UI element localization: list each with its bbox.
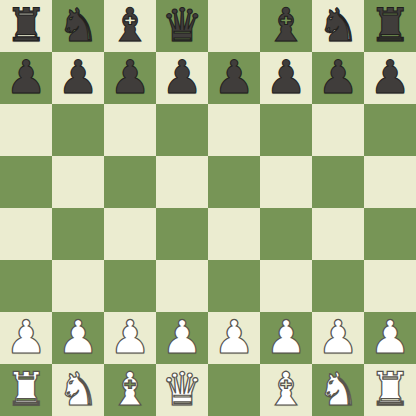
square-h3[interactable]: [364, 260, 416, 312]
white-pawn-piece[interactable]: ♟: [317, 314, 358, 360]
square-e2[interactable]: ♟: [208, 312, 260, 364]
black-bishop-piece[interactable]: ♝: [109, 2, 150, 48]
square-f2[interactable]: ♟: [260, 312, 312, 364]
black-pawn-piece[interactable]: ♟: [109, 54, 150, 100]
square-d5[interactable]: [156, 156, 208, 208]
square-g8[interactable]: ♞: [312, 0, 364, 52]
square-b3[interactable]: [52, 260, 104, 312]
square-b8[interactable]: ♞: [52, 0, 104, 52]
square-d3[interactable]: [156, 260, 208, 312]
square-b4[interactable]: [52, 208, 104, 260]
square-f1[interactable]: ♝: [260, 364, 312, 416]
black-pawn-piece[interactable]: ♟: [57, 54, 98, 100]
black-rook-piece[interactable]: ♜: [369, 2, 410, 48]
white-pawn-piece[interactable]: ♟: [265, 314, 306, 360]
white-pawn-piece[interactable]: ♟: [161, 314, 202, 360]
square-d8[interactable]: ♛: [156, 0, 208, 52]
square-a4[interactable]: [0, 208, 52, 260]
square-c3[interactable]: [104, 260, 156, 312]
black-queen-piece[interactable]: ♛: [161, 2, 202, 48]
square-c5[interactable]: [104, 156, 156, 208]
white-bishop-piece[interactable]: ♝: [265, 366, 306, 412]
chess-board: ♜♞♝♛♝♞♜♟♟♟♟♟♟♟♟♟♟♟♟♟♟♟♟♜♞♝♛♝♞♜: [0, 0, 416, 416]
square-a6[interactable]: [0, 104, 52, 156]
black-knight-piece[interactable]: ♞: [57, 2, 98, 48]
white-rook-piece[interactable]: ♜: [5, 366, 46, 412]
white-queen-piece[interactable]: ♛: [161, 366, 202, 412]
square-g5[interactable]: [312, 156, 364, 208]
white-pawn-piece[interactable]: ♟: [213, 314, 254, 360]
square-d2[interactable]: ♟: [156, 312, 208, 364]
square-h7[interactable]: ♟: [364, 52, 416, 104]
square-c6[interactable]: [104, 104, 156, 156]
square-e7[interactable]: ♟: [208, 52, 260, 104]
square-h4[interactable]: [364, 208, 416, 260]
square-f7[interactable]: ♟: [260, 52, 312, 104]
white-pawn-piece[interactable]: ♟: [369, 314, 410, 360]
square-a5[interactable]: [0, 156, 52, 208]
square-g7[interactable]: ♟: [312, 52, 364, 104]
square-b5[interactable]: [52, 156, 104, 208]
black-pawn-piece[interactable]: ♟: [369, 54, 410, 100]
black-pawn-piece[interactable]: ♟: [213, 54, 254, 100]
black-rook-piece[interactable]: ♜: [5, 2, 46, 48]
square-b1[interactable]: ♞: [52, 364, 104, 416]
square-f6[interactable]: [260, 104, 312, 156]
square-a3[interactable]: [0, 260, 52, 312]
square-e8[interactable]: [208, 0, 260, 52]
white-pawn-piece[interactable]: ♟: [57, 314, 98, 360]
square-h6[interactable]: [364, 104, 416, 156]
square-b2[interactable]: ♟: [52, 312, 104, 364]
square-a7[interactable]: ♟: [0, 52, 52, 104]
black-pawn-piece[interactable]: ♟: [317, 54, 358, 100]
square-g6[interactable]: [312, 104, 364, 156]
square-h2[interactable]: ♟: [364, 312, 416, 364]
square-f5[interactable]: [260, 156, 312, 208]
white-pawn-piece[interactable]: ♟: [5, 314, 46, 360]
white-knight-piece[interactable]: ♞: [57, 366, 98, 412]
square-e1[interactable]: [208, 364, 260, 416]
square-a8[interactable]: ♜: [0, 0, 52, 52]
black-pawn-piece[interactable]: ♟: [161, 54, 202, 100]
square-f3[interactable]: [260, 260, 312, 312]
square-d7[interactable]: ♟: [156, 52, 208, 104]
square-a1[interactable]: ♜: [0, 364, 52, 416]
square-c4[interactable]: [104, 208, 156, 260]
black-knight-piece[interactable]: ♞: [317, 2, 358, 48]
white-rook-piece[interactable]: ♜: [369, 366, 410, 412]
square-c8[interactable]: ♝: [104, 0, 156, 52]
square-a2[interactable]: ♟: [0, 312, 52, 364]
square-c2[interactable]: ♟: [104, 312, 156, 364]
square-f8[interactable]: ♝: [260, 0, 312, 52]
square-e6[interactable]: [208, 104, 260, 156]
square-e3[interactable]: [208, 260, 260, 312]
square-g2[interactable]: ♟: [312, 312, 364, 364]
square-e5[interactable]: [208, 156, 260, 208]
square-b7[interactable]: ♟: [52, 52, 104, 104]
black-pawn-piece[interactable]: ♟: [5, 54, 46, 100]
square-d6[interactable]: [156, 104, 208, 156]
square-g3[interactable]: [312, 260, 364, 312]
white-bishop-piece[interactable]: ♝: [109, 366, 150, 412]
white-knight-piece[interactable]: ♞: [317, 366, 358, 412]
square-e4[interactable]: [208, 208, 260, 260]
square-h1[interactable]: ♜: [364, 364, 416, 416]
black-pawn-piece[interactable]: ♟: [265, 54, 306, 100]
square-h8[interactable]: ♜: [364, 0, 416, 52]
square-b6[interactable]: [52, 104, 104, 156]
square-d1[interactable]: ♛: [156, 364, 208, 416]
square-c7[interactable]: ♟: [104, 52, 156, 104]
square-g1[interactable]: ♞: [312, 364, 364, 416]
square-d4[interactable]: [156, 208, 208, 260]
square-f4[interactable]: [260, 208, 312, 260]
black-bishop-piece[interactable]: ♝: [265, 2, 306, 48]
square-c1[interactable]: ♝: [104, 364, 156, 416]
white-pawn-piece[interactable]: ♟: [109, 314, 150, 360]
square-g4[interactable]: [312, 208, 364, 260]
square-h5[interactable]: [364, 156, 416, 208]
